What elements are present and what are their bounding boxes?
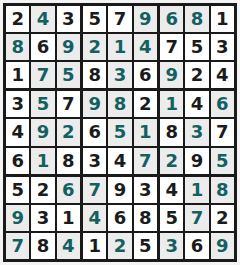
cell-r7c3[interactable]: 6 <box>57 177 80 203</box>
cell-r8c7[interactable]: 5 <box>160 205 183 231</box>
cell-r3c2[interactable]: 7 <box>31 62 54 88</box>
cell-r1c9[interactable]: 1 <box>211 6 234 32</box>
cell-r3c8[interactable]: 2 <box>185 62 208 88</box>
cell-r3c9[interactable]: 4 <box>211 62 234 88</box>
sudoku-board: 243869175 579214836 681753924 357492618 … <box>3 3 237 262</box>
cell-r8c5[interactable]: 6 <box>108 205 131 231</box>
cell-r5c6[interactable]: 1 <box>134 119 157 145</box>
cell-r5c4[interactable]: 6 <box>83 119 106 145</box>
cell-r1c2[interactable]: 4 <box>31 6 54 32</box>
cell-r2c8[interactable]: 5 <box>185 34 208 60</box>
cell-r2c3[interactable]: 9 <box>57 34 80 60</box>
cell-r5c8[interactable]: 3 <box>185 119 208 145</box>
cell-r6c9[interactable]: 5 <box>211 148 234 174</box>
cell-r6c6[interactable]: 7 <box>134 148 157 174</box>
box-4: 982651347 <box>83 91 157 173</box>
cell-r2c4[interactable]: 2 <box>83 34 106 60</box>
cell-r2c7[interactable]: 7 <box>160 34 183 60</box>
cell-r4c3[interactable]: 7 <box>57 91 80 117</box>
box-3: 357492618 <box>6 91 80 173</box>
cell-r4c4[interactable]: 9 <box>83 91 106 117</box>
cell-r4c5[interactable]: 8 <box>108 91 131 117</box>
cell-r1c7[interactable]: 6 <box>160 6 183 32</box>
cell-r7c9[interactable]: 8 <box>211 177 234 203</box>
cell-r9c7[interactable]: 3 <box>160 233 183 259</box>
cell-r8c3[interactable]: 1 <box>57 205 80 231</box>
cell-r5c9[interactable]: 7 <box>211 119 234 145</box>
cell-r2c1[interactable]: 8 <box>6 34 29 60</box>
cell-r1c1[interactable]: 2 <box>6 6 29 32</box>
box-0: 243869175 <box>6 6 80 88</box>
cell-r6c7[interactable]: 2 <box>160 148 183 174</box>
cell-r7c8[interactable]: 1 <box>185 177 208 203</box>
cell-r4c6[interactable]: 2 <box>134 91 157 117</box>
cell-r9c1[interactable]: 7 <box>6 233 29 259</box>
cell-r5c7[interactable]: 8 <box>160 119 183 145</box>
cell-r2c5[interactable]: 1 <box>108 34 131 60</box>
cell-r4c7[interactable]: 1 <box>160 91 183 117</box>
cell-r5c5[interactable]: 5 <box>108 119 131 145</box>
cell-r8c8[interactable]: 7 <box>185 205 208 231</box>
cell-r6c4[interactable]: 3 <box>83 148 106 174</box>
cell-r8c2[interactable]: 3 <box>31 205 54 231</box>
cell-r1c6[interactable]: 9 <box>134 6 157 32</box>
cell-r5c2[interactable]: 9 <box>31 119 54 145</box>
cell-r4c8[interactable]: 4 <box>185 91 208 117</box>
cell-r4c9[interactable]: 6 <box>211 91 234 117</box>
cell-r2c9[interactable]: 3 <box>211 34 234 60</box>
box-8: 418572369 <box>160 177 234 259</box>
cell-r3c5[interactable]: 3 <box>108 62 131 88</box>
cell-r3c6[interactable]: 6 <box>134 62 157 88</box>
cell-r3c1[interactable]: 1 <box>6 62 29 88</box>
cell-r8c9[interactable]: 2 <box>211 205 234 231</box>
cell-r9c5[interactable]: 2 <box>108 233 131 259</box>
cell-r2c6[interactable]: 4 <box>134 34 157 60</box>
cell-r1c5[interactable]: 7 <box>108 6 131 32</box>
cell-r9c8[interactable]: 6 <box>185 233 208 259</box>
cell-r2c2[interactable]: 6 <box>31 34 54 60</box>
cell-r5c3[interactable]: 2 <box>57 119 80 145</box>
cell-r1c3[interactable]: 3 <box>57 6 80 32</box>
cell-r9c4[interactable]: 1 <box>83 233 106 259</box>
cell-r9c9[interactable]: 9 <box>211 233 234 259</box>
cell-r7c2[interactable]: 2 <box>31 177 54 203</box>
cell-r7c7[interactable]: 4 <box>160 177 183 203</box>
cell-r4c1[interactable]: 3 <box>6 91 29 117</box>
cell-r6c2[interactable]: 1 <box>31 148 54 174</box>
cell-r4c2[interactable]: 5 <box>31 91 54 117</box>
box-5: 146837295 <box>160 91 234 173</box>
box-7: 793468125 <box>83 177 157 259</box>
box-6: 526931784 <box>6 177 80 259</box>
cell-r7c5[interactable]: 9 <box>108 177 131 203</box>
cell-r8c6[interactable]: 8 <box>134 205 157 231</box>
box-1: 579214836 <box>83 6 157 88</box>
cell-r8c1[interactable]: 9 <box>6 205 29 231</box>
sudoku-page: 243869175 579214836 681753924 357492618 … <box>0 0 240 265</box>
cell-r3c7[interactable]: 9 <box>160 62 183 88</box>
cell-r6c1[interactable]: 6 <box>6 148 29 174</box>
cell-r8c4[interactable]: 4 <box>83 205 106 231</box>
cell-r6c5[interactable]: 4 <box>108 148 131 174</box>
cell-r1c8[interactable]: 8 <box>185 6 208 32</box>
cell-r7c4[interactable]: 7 <box>83 177 106 203</box>
cell-r9c2[interactable]: 8 <box>31 233 54 259</box>
cell-r9c3[interactable]: 4 <box>57 233 80 259</box>
cell-r6c8[interactable]: 9 <box>185 148 208 174</box>
cell-r3c3[interactable]: 5 <box>57 62 80 88</box>
cell-r5c1[interactable]: 4 <box>6 119 29 145</box>
box-2: 681753924 <box>160 6 234 88</box>
cell-r6c3[interactable]: 8 <box>57 148 80 174</box>
cell-r7c1[interactable]: 5 <box>6 177 29 203</box>
cell-r1c4[interactable]: 5 <box>83 6 106 32</box>
cell-r9c6[interactable]: 5 <box>134 233 157 259</box>
cell-r3c4[interactable]: 8 <box>83 62 106 88</box>
cell-r7c6[interactable]: 3 <box>134 177 157 203</box>
